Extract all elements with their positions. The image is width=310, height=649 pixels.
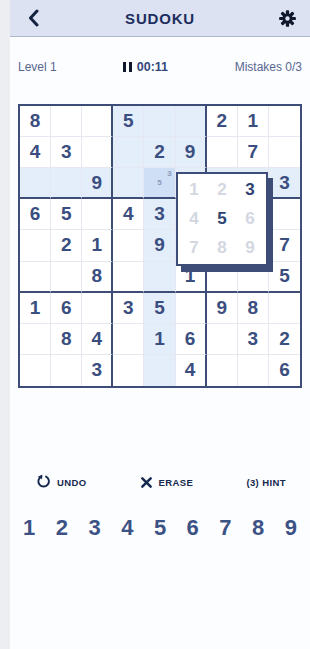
picker-number-3[interactable]: 3 xyxy=(236,176,264,205)
cell-r7c7[interactable]: 9 xyxy=(207,293,238,324)
picker-number-7[interactable]: 7 xyxy=(180,233,208,262)
undo-button[interactable]: UNDO xyxy=(35,474,87,490)
cell-r4c5[interactable]: 3 xyxy=(144,199,175,230)
cell-r1c4[interactable]: 5 xyxy=(113,106,144,137)
picker-number-1[interactable]: 1 xyxy=(180,176,208,205)
picker-number-5[interactable]: 5 xyxy=(208,205,236,234)
cell-r9c5[interactable] xyxy=(144,355,175,386)
numpad-key-4[interactable]: 4 xyxy=(121,515,133,541)
cell-r3c2[interactable] xyxy=(51,168,82,199)
cell-r1c7[interactable]: 2 xyxy=(207,106,238,137)
controls-bar: UNDO ERASE (3) HINT xyxy=(10,468,310,496)
cell-r9c1[interactable] xyxy=(20,355,51,386)
cell-r9c7[interactable] xyxy=(207,355,238,386)
cell-r2c7[interactable] xyxy=(207,137,238,168)
numpad-key-7[interactable]: 7 xyxy=(219,515,231,541)
cell-r8c1[interactable] xyxy=(20,324,51,355)
hint-label: (3) HINT xyxy=(246,477,286,488)
cell-r4c4[interactable]: 4 xyxy=(113,199,144,230)
cell-r2c2[interactable]: 3 xyxy=(51,137,82,168)
cell-r1c8[interactable]: 1 xyxy=(238,106,269,137)
cell-r3c4[interactable] xyxy=(113,168,144,199)
sudoku-app: SUDOKU xyxy=(10,0,310,649)
undo-icon xyxy=(35,474,51,490)
cell-r8c2[interactable]: 8 xyxy=(51,324,82,355)
cell-r9c6[interactable]: 4 xyxy=(176,355,207,386)
cell-r4c3[interactable] xyxy=(82,199,113,230)
cell-r5c4[interactable] xyxy=(113,230,144,261)
number-picker-popup: 123456789 xyxy=(176,172,268,266)
back-button[interactable] xyxy=(22,7,44,29)
cell-r7c1[interactable]: 1 xyxy=(20,293,51,324)
numpad-key-5[interactable]: 5 xyxy=(154,515,166,541)
erase-x-icon xyxy=(140,476,153,489)
chevron-left-icon xyxy=(27,9,40,27)
cell-r4c2[interactable]: 5 xyxy=(51,199,82,230)
picker-number-6[interactable]: 6 xyxy=(236,205,264,234)
cell-r1c6[interactable] xyxy=(176,106,207,137)
timer-value: 00:11 xyxy=(137,60,168,74)
cell-r2c1[interactable]: 4 xyxy=(20,137,51,168)
cell-r3c3[interactable]: 9 xyxy=(82,168,113,199)
cell-r6c4[interactable] xyxy=(113,262,144,293)
settings-button[interactable] xyxy=(276,7,298,29)
cell-r8c4[interactable] xyxy=(113,324,144,355)
erase-button[interactable]: ERASE xyxy=(140,476,194,489)
picker-number-9[interactable]: 9 xyxy=(236,233,264,262)
cell-r7c3[interactable] xyxy=(82,293,113,324)
cell-r9c9[interactable]: 6 xyxy=(269,355,300,386)
cell-r2c8[interactable]: 7 xyxy=(238,137,269,168)
numpad-key-1[interactable]: 1 xyxy=(23,515,35,541)
pause-icon[interactable] xyxy=(123,62,132,72)
cell-r3c5[interactable]: 35 xyxy=(144,168,175,199)
hint-button[interactable]: (3) HINT xyxy=(246,477,286,488)
cell-r6c1[interactable] xyxy=(20,262,51,293)
cell-r2c9[interactable] xyxy=(269,137,300,168)
picker-number-4[interactable]: 4 xyxy=(180,205,208,234)
numpad-key-6[interactable]: 6 xyxy=(187,515,199,541)
cell-r9c4[interactable] xyxy=(113,355,144,386)
number-pad: 123456789 xyxy=(10,508,310,548)
cell-r6c2[interactable] xyxy=(51,262,82,293)
cell-r5c1[interactable] xyxy=(20,230,51,261)
cell-r8c8[interactable]: 3 xyxy=(238,324,269,355)
cell-r7c5[interactable]: 5 xyxy=(144,293,175,324)
numpad-key-3[interactable]: 3 xyxy=(88,515,100,541)
cell-r7c6[interactable] xyxy=(176,293,207,324)
cell-r9c8[interactable] xyxy=(238,355,269,386)
cell-r2c6[interactable]: 9 xyxy=(176,137,207,168)
cell-r8c7[interactable] xyxy=(207,324,238,355)
cell-r8c6[interactable]: 6 xyxy=(176,324,207,355)
erase-label: ERASE xyxy=(159,477,194,488)
sudoku-board: 8521432979353654321978151635988416323461… xyxy=(18,104,302,388)
numpad-key-9[interactable]: 9 xyxy=(285,515,297,541)
cell-r6c5[interactable] xyxy=(144,262,175,293)
cell-r1c9[interactable] xyxy=(269,106,300,137)
cell-r1c5[interactable] xyxy=(144,106,175,137)
cell-r6c3[interactable]: 8 xyxy=(82,262,113,293)
cell-r6c7[interactable] xyxy=(207,262,238,293)
mistakes-label: Mistakes 0/3 xyxy=(235,60,302,74)
cell-r4c1[interactable]: 6 xyxy=(20,199,51,230)
cell-r2c3[interactable] xyxy=(82,137,113,168)
numpad-key-2[interactable]: 2 xyxy=(56,515,68,541)
cell-r1c1[interactable]: 8 xyxy=(20,106,51,137)
pencil-notes: 35 xyxy=(144,168,174,197)
cell-r8c5[interactable]: 1 xyxy=(144,324,175,355)
status-bar: Level 1 00:11 Mistakes 0/3 xyxy=(18,57,302,77)
timer[interactable]: 00:11 xyxy=(123,60,168,74)
level-label: Level 1 xyxy=(18,60,57,74)
undo-label: UNDO xyxy=(57,477,87,488)
cell-r4c9[interactable] xyxy=(269,199,300,230)
cell-r7c8[interactable]: 8 xyxy=(238,293,269,324)
cell-r5c9[interactable]: 7 xyxy=(269,230,300,261)
cell-r1c3[interactable] xyxy=(82,106,113,137)
cell-r8c3[interactable]: 4 xyxy=(82,324,113,355)
cell-r6c9[interactable]: 5 xyxy=(269,262,300,293)
page-title: SUDOKU xyxy=(10,10,310,27)
gear-icon xyxy=(278,9,297,28)
picker-number-2[interactable]: 2 xyxy=(208,176,236,205)
cell-r5c5[interactable]: 9 xyxy=(144,230,175,261)
cell-r8c9[interactable]: 2 xyxy=(269,324,300,355)
cell-r7c4[interactable]: 3 xyxy=(113,293,144,324)
cell-r3c1[interactable] xyxy=(20,168,51,199)
cell-r1c2[interactable] xyxy=(51,106,82,137)
cell-r2c4[interactable] xyxy=(113,137,144,168)
cell-r5c2[interactable]: 2 xyxy=(51,230,82,261)
picker-number-8[interactable]: 8 xyxy=(208,233,236,262)
cell-r6c8[interactable] xyxy=(238,262,269,293)
cell-r6c6[interactable]: 1 xyxy=(176,262,207,293)
cell-r5c3[interactable]: 1 xyxy=(82,230,113,261)
cell-r7c2[interactable]: 6 xyxy=(51,293,82,324)
cell-r9c3[interactable]: 3 xyxy=(82,355,113,386)
numpad-key-8[interactable]: 8 xyxy=(252,515,264,541)
cell-r3c9[interactable]: 3 xyxy=(269,168,300,199)
cell-r2c5[interactable]: 2 xyxy=(144,137,175,168)
header: SUDOKU xyxy=(10,0,310,37)
cell-r7c9[interactable] xyxy=(269,293,300,324)
cell-r9c2[interactable] xyxy=(51,355,82,386)
